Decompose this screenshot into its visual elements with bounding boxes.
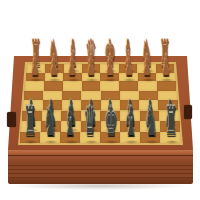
square-e4 — [101, 100, 120, 110]
square-h5 — [158, 91, 177, 101]
square-b3 — [42, 111, 62, 122]
piece-contact-shadow — [142, 78, 155, 82]
box-front-face — [8, 150, 193, 184]
square-g6 — [138, 81, 157, 90]
piece-contact-shadow — [104, 140, 118, 144]
piece-contact-shadow — [48, 78, 61, 82]
piece-contact-shadow — [29, 78, 42, 82]
piece-contact-shadow — [85, 78, 98, 82]
piece-contact-shadow — [165, 140, 179, 144]
square-h6 — [157, 81, 176, 90]
square-f6 — [119, 81, 138, 90]
square-d5 — [81, 91, 100, 101]
square-d6 — [82, 81, 101, 90]
square-b6 — [44, 81, 63, 90]
square-c6 — [63, 81, 82, 90]
square-h4 — [158, 100, 177, 110]
piece-contact-shadow — [124, 140, 138, 144]
piece-contact-shadow — [64, 140, 78, 144]
square-c5 — [62, 91, 81, 101]
piece-contact-shadow — [48, 69, 61, 73]
piece-contact-shadow — [67, 78, 80, 82]
square-h3 — [159, 111, 179, 122]
square-b5 — [43, 91, 62, 101]
piece-contact-shadow — [86, 69, 99, 73]
square-a6 — [25, 81, 44, 90]
box-groove-lines — [8, 162, 193, 178]
piece-contact-shadow — [24, 140, 38, 144]
piece-contact-shadow — [141, 69, 154, 73]
piece-contact-shadow — [123, 78, 136, 82]
square-b4 — [43, 100, 62, 110]
square-g3 — [140, 111, 160, 122]
square-f5 — [120, 91, 139, 101]
chess-set-product-photo: ♜♞♝♛♚♝♞♜♟♟♟♟♟♟♟♟♟♟♟♟♟♟♟♟♜♞♝♛♚♝♞♜ — [0, 0, 200, 200]
square-c3 — [61, 111, 81, 122]
board-row-rank-6 — [25, 81, 176, 90]
left-hinge-notch — [7, 112, 16, 127]
piece-contact-shadow — [123, 69, 136, 73]
right-hinge-notch — [184, 105, 192, 119]
square-a4 — [23, 100, 42, 110]
square-f3 — [120, 111, 140, 122]
square-c4 — [62, 100, 81, 110]
square-g4 — [139, 100, 158, 110]
square-d4 — [81, 100, 100, 110]
square-e5 — [101, 91, 120, 101]
piece-contact-shadow — [84, 140, 98, 144]
piece-contact-shadow — [104, 78, 117, 82]
square-f4 — [120, 100, 139, 110]
table-drop-shadow — [14, 182, 186, 190]
piece-contact-shadow — [160, 78, 173, 82]
square-e3 — [100, 111, 120, 122]
piece-contact-shadow — [44, 140, 58, 144]
square-g5 — [139, 91, 158, 101]
board-row-rank-5 — [24, 91, 177, 101]
board-row-rank-4 — [23, 100, 177, 110]
square-e6 — [100, 81, 119, 90]
piece-contact-shadow — [145, 140, 159, 144]
square-a5 — [24, 91, 43, 101]
board-row-rank-3 — [22, 111, 178, 122]
piece-contact-shadow — [160, 69, 173, 73]
square-d3 — [81, 111, 101, 122]
square-a3 — [22, 111, 42, 122]
